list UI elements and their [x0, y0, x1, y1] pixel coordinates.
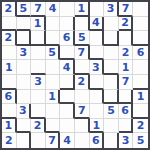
cell-r6-c5[interactable] — [60, 75, 75, 90]
cell-r7-c4[interactable]: 1 — [46, 90, 61, 105]
given-digit: 2 — [4, 32, 12, 43]
cell-r2-c8[interactable] — [104, 17, 119, 32]
cell-r1-c6[interactable]: 1 — [75, 2, 90, 17]
cell-r7-c6[interactable] — [75, 90, 90, 105]
cell-r6-c6[interactable]: 2 — [75, 75, 90, 90]
given-digit: 1 — [77, 2, 85, 13]
cell-r9-c10[interactable]: 2 — [133, 119, 148, 134]
cell-r10-c5[interactable]: 4 — [60, 133, 75, 148]
given-digit: 4 — [49, 3, 57, 14]
given-digit: 6 — [137, 47, 145, 58]
cell-r7-c9[interactable] — [119, 90, 134, 105]
cell-r9-c7[interactable]: 1 — [90, 119, 105, 134]
cell-r3-c2[interactable] — [17, 31, 32, 46]
cell-r4-c6[interactable]: 7 — [75, 46, 90, 61]
given-digit: 5 — [107, 105, 115, 116]
given-digit: 7 — [34, 2, 42, 13]
cell-r5-c2[interactable] — [17, 60, 32, 75]
given-digit: 2 — [122, 47, 130, 58]
cell-r1-c4[interactable]: 4 — [46, 2, 61, 17]
given-digit: 5 — [20, 2, 28, 13]
given-digit: 5 — [48, 47, 56, 58]
cell-r4-c1[interactable] — [2, 46, 17, 61]
cell-r10-c2[interactable] — [17, 133, 32, 148]
cell-r6-c10[interactable] — [133, 75, 148, 90]
cell-r8-c7[interactable] — [90, 104, 105, 119]
cell-r3-c4[interactable] — [46, 31, 61, 46]
cell-r7-c10[interactable]: 1 — [133, 90, 148, 105]
cell-r2-c5[interactable] — [60, 17, 75, 32]
cell-r9-c4[interactable] — [46, 119, 61, 134]
given-digit: 1 — [34, 17, 42, 28]
given-digit: 5 — [137, 135, 145, 146]
given-digit: 2 — [77, 76, 85, 87]
cell-r10-c4[interactable]: 7 — [46, 133, 61, 148]
cell-r5-c4[interactable] — [46, 60, 61, 75]
cell-r10-c9[interactable]: 3 — [119, 133, 134, 148]
cell-r5-c6[interactable] — [75, 60, 90, 75]
cell-r5-c3[interactable] — [31, 60, 46, 75]
cell-r8-c10[interactable] — [133, 104, 148, 119]
cell-r1-c1[interactable]: 2 — [2, 2, 17, 17]
cell-r5-c7[interactable]: 3 — [90, 60, 105, 75]
given-digit: 2 — [121, 17, 129, 28]
cell-r7-c5[interactable] — [60, 90, 75, 105]
cell-r5-c9[interactable]: 1 — [119, 60, 134, 75]
given-digit: 3 — [34, 76, 42, 87]
given-digit: 4 — [63, 61, 71, 72]
cell-r2-c2[interactable] — [17, 17, 32, 32]
cell-r5-c8[interactable] — [104, 60, 119, 75]
given-digit: 1 — [122, 61, 130, 72]
cell-r8-c6[interactable]: 7 — [75, 104, 90, 119]
cell-r7-c1[interactable]: 6 — [2, 90, 17, 105]
cell-r3-c5[interactable]: 6 — [60, 31, 75, 46]
cell-r9-c2[interactable] — [17, 119, 32, 134]
given-digit: 1 — [48, 90, 56, 101]
cell-r1-c2[interactable]: 5 — [17, 2, 32, 17]
cell-r3-c8[interactable] — [104, 31, 119, 46]
cell-r2-c1[interactable] — [2, 17, 17, 32]
cell-r1-c9[interactable]: 7 — [119, 2, 134, 17]
cell-r1-c3[interactable]: 7 — [31, 2, 46, 17]
cell-r8-c5[interactable] — [60, 104, 75, 119]
cell-r8-c3[interactable] — [31, 104, 46, 119]
cell-r2-c6[interactable] — [75, 17, 90, 32]
cell-r4-c7[interactable] — [90, 46, 105, 61]
cell-r7-c2[interactable] — [17, 90, 32, 105]
given-digit: 3 — [122, 135, 130, 146]
cell-r6-c2[interactable] — [17, 75, 32, 90]
cell-r4-c5[interactable] — [60, 46, 75, 61]
cell-r5-c5[interactable]: 4 — [60, 60, 75, 75]
cell-r10-c7[interactable]: 6 — [90, 133, 105, 148]
given-digit: 2 — [5, 135, 13, 146]
given-digit: 6 — [92, 135, 100, 146]
cell-r2-c4[interactable] — [46, 17, 61, 32]
cell-r1-c5[interactable] — [60, 2, 75, 17]
given-digit: 7 — [77, 47, 85, 58]
cell-r10-c10[interactable]: 5 — [133, 133, 148, 148]
cell-r10-c3[interactable] — [31, 133, 46, 148]
cell-r8-c1[interactable] — [2, 104, 17, 119]
given-digit: 2 — [137, 120, 145, 131]
given-digit: 4 — [63, 135, 71, 146]
cell-r4-c3[interactable] — [31, 46, 46, 61]
cell-r6-c3[interactable]: 3 — [31, 75, 46, 90]
given-digit: 1 — [4, 120, 12, 131]
given-digit: 6 — [4, 90, 12, 101]
cell-r1-c8[interactable]: 3 — [104, 2, 119, 17]
cell-r2-c10[interactable] — [133, 17, 148, 32]
cell-r4-c4[interactable]: 5 — [46, 46, 61, 61]
given-digit: 3 — [19, 105, 27, 116]
cell-r6-c7[interactable] — [90, 75, 105, 90]
cell-r2-c3[interactable]: 1 — [31, 17, 46, 32]
cell-r4-c2[interactable]: 3 — [17, 46, 32, 61]
cell-r4-c10[interactable]: 6 — [133, 46, 148, 61]
given-digit: 2 — [4, 3, 12, 14]
cell-r8-c8[interactable]: 5 — [104, 104, 119, 119]
cell-r7-c8[interactable] — [104, 90, 119, 105]
cell-r5-c1[interactable]: 1 — [2, 60, 17, 75]
cell-r3-c3[interactable] — [31, 31, 46, 46]
cell-r4-c8[interactable] — [104, 46, 119, 61]
cell-r6-c4[interactable] — [46, 75, 61, 90]
given-digit: 7 — [48, 135, 56, 146]
cell-r7-c3[interactable] — [31, 90, 46, 105]
cell-r2-c7[interactable]: 4 — [90, 17, 105, 32]
given-digit: 3 — [107, 3, 115, 14]
cell-r8-c2[interactable]: 3 — [17, 104, 32, 119]
cell-r3-c10[interactable] — [133, 31, 148, 46]
cell-r9-c8[interactable] — [104, 119, 119, 134]
given-digit: 6 — [121, 105, 129, 116]
cell-r10-c6[interactable] — [75, 133, 90, 148]
cell-r6-c9[interactable]: 7 — [119, 75, 134, 90]
cell-r9-c1[interactable]: 1 — [2, 119, 17, 134]
given-digit: 5 — [78, 31, 86, 42]
given-digit: 1 — [93, 119, 101, 130]
cell-r8-c9[interactable]: 6 — [119, 104, 134, 119]
cell-r10-c1[interactable]: 2 — [2, 133, 17, 148]
cell-r1-c7[interactable] — [90, 2, 105, 17]
given-digit: 1 — [137, 90, 145, 101]
cell-r7-c7[interactable] — [90, 90, 105, 105]
cell-r2-c9[interactable]: 2 — [119, 17, 134, 32]
given-digit: 2 — [34, 120, 42, 131]
cell-r9-c9[interactable] — [119, 119, 134, 134]
cell-r1-c10[interactable] — [133, 2, 148, 17]
cell-r4-c9[interactable]: 2 — [119, 46, 134, 61]
cell-r6-c1[interactable] — [2, 75, 17, 90]
given-digit: 7 — [122, 76, 130, 87]
cell-r5-c10[interactable] — [133, 60, 148, 75]
given-digit: 1 — [5, 61, 13, 72]
given-digit: 3 — [92, 61, 100, 72]
given-digit: 7 — [78, 104, 86, 115]
cell-r9-c3[interactable]: 2 — [31, 119, 46, 134]
cell-r8-c4[interactable] — [46, 104, 61, 119]
cell-r9-c5[interactable] — [60, 119, 75, 134]
cell-r3-c7[interactable] — [90, 31, 105, 46]
puzzle-board: 2574137142265357261431327611375612122746… — [0, 0, 150, 150]
cell-r3-c9[interactable] — [119, 31, 134, 46]
cell-r6-c8[interactable] — [104, 75, 119, 90]
given-digit: 7 — [122, 2, 130, 13]
cell-r9-c6[interactable] — [75, 119, 90, 134]
cell-r3-c6[interactable]: 5 — [75, 31, 90, 46]
given-digit: 4 — [92, 17, 100, 28]
cell-r10-c8[interactable] — [104, 133, 119, 148]
given-digit: 6 — [63, 32, 71, 43]
given-digit: 3 — [20, 47, 28, 58]
cell-r3-c1[interactable]: 2 — [2, 31, 17, 46]
